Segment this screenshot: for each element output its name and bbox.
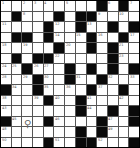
white-cell[interactable] — [129, 12, 139, 22]
black-cell — [12, 33, 22, 43]
white-cell[interactable]: 22 — [54, 54, 64, 64]
clue-number: 5 — [66, 1, 68, 5]
clue-number: 15 — [76, 33, 80, 37]
white-cell[interactable] — [22, 127, 32, 137]
black-cell — [33, 85, 43, 95]
black-cell — [129, 117, 139, 127]
black-cell — [22, 64, 32, 74]
white-cell[interactable] — [54, 1, 64, 11]
white-cell[interactable]: 17 — [129, 33, 139, 43]
clue-number: 49 — [108, 127, 112, 131]
white-cell[interactable]: 26 — [33, 64, 43, 74]
clue-number: 25 — [12, 64, 16, 68]
clue-number: 42 — [119, 96, 123, 100]
white-cell[interactable]: 19 — [22, 43, 32, 53]
clue-number: 2 — [23, 1, 25, 5]
white-cell[interactable]: 44 — [87, 106, 97, 116]
black-cell — [65, 64, 75, 74]
black-cell — [97, 75, 107, 85]
clue-number: 23 — [119, 54, 123, 58]
clue-number: 19 — [23, 43, 27, 47]
white-cell[interactable]: 49 — [108, 127, 118, 137]
white-cell[interactable] — [33, 12, 43, 22]
clue-number: 11 — [2, 22, 6, 26]
white-cell[interactable] — [108, 96, 118, 106]
white-cell[interactable]: 24 — [1, 64, 11, 74]
white-cell[interactable] — [22, 117, 32, 127]
white-cell[interactable] — [22, 106, 32, 116]
clue-number: 32 — [108, 75, 112, 79]
white-cell[interactable] — [44, 106, 54, 116]
white-cell[interactable]: 35 — [44, 85, 54, 95]
white-cell[interactable]: 30 — [44, 75, 54, 85]
black-cell — [129, 106, 139, 116]
white-cell[interactable] — [54, 75, 64, 85]
clue-number: 29 — [23, 75, 27, 79]
white-cell[interactable] — [1, 33, 11, 43]
clue-number: 12 — [55, 22, 59, 26]
clue-number: 31 — [76, 75, 80, 79]
white-cell[interactable]: 43 — [1, 106, 11, 116]
clue-number: 47 — [108, 117, 112, 121]
black-cell — [76, 96, 86, 106]
white-cell[interactable] — [12, 127, 22, 137]
white-cell[interactable] — [12, 96, 22, 106]
white-cell[interactable]: 14 — [54, 33, 64, 43]
white-cell[interactable]: 28 — [1, 75, 11, 85]
white-cell[interactable]: 50 — [1, 138, 11, 148]
black-cell — [87, 85, 97, 95]
white-cell[interactable] — [76, 64, 86, 74]
clue-number: 24 — [2, 64, 6, 68]
black-cell — [87, 138, 97, 148]
white-cell[interactable]: 7 — [129, 1, 139, 11]
white-cell[interactable] — [44, 12, 54, 22]
clue-number: 3 — [34, 1, 36, 5]
black-cell — [12, 54, 22, 64]
white-cell[interactable]: 25 — [12, 64, 22, 74]
black-cell — [87, 43, 97, 53]
clue-number: 51 — [55, 138, 59, 142]
clue-number: 52 — [98, 138, 102, 142]
white-cell[interactable] — [108, 85, 118, 95]
black-cell — [97, 117, 107, 127]
white-cell[interactable] — [33, 106, 43, 116]
white-cell[interactable]: 33 — [129, 75, 139, 85]
white-cell[interactable] — [33, 127, 43, 137]
white-cell[interactable] — [65, 96, 75, 106]
clue-number: 22 — [55, 54, 59, 58]
clue-number: 13 — [87, 22, 91, 26]
white-cell[interactable] — [22, 96, 32, 106]
white-cell[interactable]: 16 — [97, 33, 107, 43]
white-cell[interactable] — [54, 106, 64, 116]
black-cell — [44, 54, 54, 64]
black-cell — [76, 106, 86, 116]
clue-number: 33 — [130, 75, 134, 79]
white-cell[interactable] — [129, 127, 139, 137]
white-cell[interactable] — [33, 22, 43, 32]
white-cell[interactable] — [54, 85, 64, 95]
black-cell — [12, 12, 22, 22]
white-cell[interactable] — [119, 22, 129, 32]
white-cell[interactable]: 27 — [44, 64, 54, 74]
black-cell — [129, 22, 139, 32]
white-cell[interactable]: 20 — [65, 43, 75, 53]
white-cell[interactable] — [65, 106, 75, 116]
white-cell[interactable]: 2 — [22, 1, 32, 11]
white-cell[interactable]: 4 — [44, 1, 54, 11]
white-cell[interactable] — [44, 127, 54, 137]
white-cell[interactable] — [87, 117, 97, 127]
white-cell[interactable]: 39 — [33, 96, 43, 106]
clue-number: 8 — [23, 12, 25, 16]
white-cell[interactable] — [12, 75, 22, 85]
white-cell[interactable] — [119, 106, 129, 116]
clue-number: 34 — [12, 85, 16, 89]
white-cell[interactable] — [65, 22, 75, 32]
black-cell — [108, 54, 118, 64]
clue-number: 7 — [130, 1, 132, 5]
clue-number: 18 — [2, 43, 6, 47]
black-cell — [1, 85, 11, 95]
white-cell[interactable]: 37 — [97, 85, 107, 95]
black-cell — [108, 22, 118, 32]
clue-number: 36 — [66, 85, 70, 89]
white-cell[interactable] — [33, 138, 43, 148]
clue-number: 16 — [98, 33, 102, 37]
white-cell[interactable] — [97, 22, 107, 32]
white-cell[interactable] — [76, 54, 86, 64]
black-cell — [44, 117, 54, 127]
black-cell — [33, 54, 43, 64]
white-cell[interactable]: 32 — [108, 75, 118, 85]
black-cell — [108, 106, 118, 116]
white-cell[interactable] — [1, 54, 11, 64]
clue-number: 6 — [108, 1, 110, 5]
clue-number: 39 — [34, 96, 38, 100]
black-cell — [44, 33, 54, 43]
black-cell — [76, 138, 86, 148]
white-cell[interactable] — [22, 54, 32, 64]
white-cell[interactable]: 41 — [87, 96, 97, 106]
black-cell — [97, 127, 107, 137]
white-cell[interactable] — [12, 22, 22, 32]
clue-number: 50 — [2, 138, 6, 142]
white-cell[interactable]: 9 — [97, 12, 107, 22]
white-cell[interactable] — [22, 22, 32, 32]
white-cell[interactable] — [97, 43, 107, 53]
black-cell — [76, 12, 86, 22]
black-cell — [129, 64, 139, 74]
black-cell — [65, 75, 75, 85]
white-cell[interactable]: 15 — [76, 33, 86, 43]
clue-number: 45 — [12, 117, 16, 121]
white-cell[interactable]: 38 — [1, 96, 11, 106]
white-cell[interactable]: 36 — [65, 85, 75, 95]
black-cell — [44, 22, 54, 32]
clue-number: 37 — [98, 85, 102, 89]
black-cell — [22, 33, 32, 43]
clue-number: 48 — [2, 127, 6, 131]
white-cell[interactable]: 31 — [76, 75, 86, 85]
clue-number: 14 — [55, 33, 59, 37]
white-cell[interactable] — [119, 75, 129, 85]
clue-number: 30 — [44, 75, 48, 79]
white-cell[interactable] — [76, 43, 86, 53]
black-cell — [54, 43, 64, 53]
white-cell[interactable]: 51 — [54, 138, 64, 148]
white-cell[interactable]: 42 — [119, 96, 129, 106]
white-cell[interactable] — [65, 117, 75, 127]
white-cell[interactable] — [87, 54, 97, 64]
black-cell — [44, 138, 54, 148]
white-cell[interactable] — [108, 12, 118, 22]
black-cell — [87, 12, 97, 22]
white-cell[interactable] — [65, 12, 75, 22]
black-cell — [119, 33, 129, 43]
white-cell[interactable] — [22, 138, 32, 148]
white-cell[interactable]: 13 — [87, 22, 97, 32]
white-cell[interactable]: 29 — [22, 75, 32, 85]
clue-number: 1 — [2, 1, 4, 5]
black-cell — [87, 64, 97, 74]
white-cell[interactable]: 3 — [33, 1, 43, 11]
white-cell[interactable] — [33, 33, 43, 43]
white-cell[interactable]: 47 — [108, 117, 118, 127]
crossword-grid: 1234567891011121314151617181920212223242… — [0, 0, 140, 148]
white-cell[interactable] — [97, 106, 107, 116]
black-cell — [87, 33, 97, 43]
clue-number: 26 — [34, 64, 38, 68]
white-cell[interactable] — [54, 64, 64, 74]
white-cell[interactable] — [87, 127, 97, 137]
clue-number: 4 — [44, 1, 46, 5]
white-cell[interactable] — [119, 64, 129, 74]
white-cell[interactable]: 11 — [1, 22, 11, 32]
black-cell — [76, 22, 86, 32]
black-cell — [129, 138, 139, 148]
clue-number: 27 — [44, 64, 48, 68]
white-cell[interactable] — [97, 96, 107, 106]
white-cell[interactable] — [108, 138, 118, 148]
white-cell[interactable] — [65, 54, 75, 64]
white-cell[interactable]: 5 — [65, 1, 75, 11]
clue-number: 21 — [119, 43, 123, 47]
white-cell[interactable] — [97, 54, 107, 64]
clue-number: 46 — [55, 117, 59, 121]
clue-number: 43 — [2, 106, 6, 110]
white-cell[interactable] — [33, 43, 43, 53]
white-cell[interactable] — [54, 127, 64, 137]
clue-number: 41 — [87, 96, 91, 100]
white-cell[interactable]: 8 — [22, 12, 32, 22]
black-cell — [33, 75, 43, 85]
white-cell[interactable]: 52 — [97, 138, 107, 148]
white-cell[interactable] — [129, 96, 139, 106]
white-cell[interactable] — [65, 138, 75, 148]
white-cell[interactable] — [119, 138, 129, 148]
clue-number: 28 — [2, 75, 6, 79]
white-cell[interactable]: 21 — [119, 43, 129, 53]
white-cell[interactable] — [1, 12, 11, 22]
white-cell[interactable] — [22, 85, 32, 95]
white-cell[interactable] — [12, 138, 22, 148]
black-cell — [44, 96, 54, 106]
clue-number: 9 — [98, 12, 100, 16]
clue-number: 44 — [87, 106, 91, 110]
white-cell[interactable]: 10 — [119, 12, 129, 22]
white-cell[interactable] — [65, 33, 75, 43]
black-cell — [108, 43, 118, 53]
white-cell[interactable] — [119, 127, 129, 137]
clue-number: 10 — [119, 12, 123, 16]
white-cell[interactable]: 1 — [1, 1, 11, 11]
white-cell[interactable]: 40 — [54, 96, 64, 106]
white-cell[interactable] — [65, 127, 75, 137]
white-cell[interactable] — [129, 85, 139, 95]
clue-number: 40 — [55, 96, 59, 100]
clue-number: 20 — [66, 43, 70, 47]
white-cell[interactable] — [76, 1, 86, 11]
white-cell[interactable]: 46 — [54, 117, 64, 127]
white-cell[interactable]: 45 — [12, 117, 22, 127]
white-cell[interactable]: 23 — [119, 54, 129, 64]
black-cell — [108, 64, 118, 74]
black-cell — [119, 1, 129, 11]
white-cell[interactable] — [12, 1, 22, 11]
black-cell — [1, 117, 11, 127]
white-cell[interactable] — [129, 43, 139, 53]
white-cell[interactable] — [12, 43, 22, 53]
black-cell — [76, 127, 86, 137]
white-cell[interactable] — [108, 33, 118, 43]
white-cell[interactable] — [119, 117, 129, 127]
white-cell[interactable]: 18 — [1, 43, 11, 53]
white-cell[interactable]: 12 — [54, 22, 64, 32]
white-cell[interactable] — [12, 106, 22, 116]
white-cell[interactable]: 34 — [12, 85, 22, 95]
black-cell — [54, 12, 64, 22]
white-cell[interactable] — [87, 75, 97, 85]
white-cell[interactable] — [129, 54, 139, 64]
white-cell[interactable] — [44, 43, 54, 53]
white-cell[interactable] — [97, 64, 107, 74]
white-cell[interactable]: 48 — [1, 127, 11, 137]
black-cell — [97, 1, 107, 11]
white-cell[interactable] — [76, 117, 86, 127]
white-cell[interactable] — [87, 1, 97, 11]
clue-number: 38 — [2, 96, 6, 100]
clue-number: 17 — [130, 33, 134, 37]
black-cell — [119, 85, 129, 95]
clue-number: 35 — [44, 85, 48, 89]
white-cell[interactable] — [33, 117, 43, 127]
white-cell[interactable] — [76, 85, 86, 95]
white-cell[interactable]: 6 — [108, 1, 118, 11]
